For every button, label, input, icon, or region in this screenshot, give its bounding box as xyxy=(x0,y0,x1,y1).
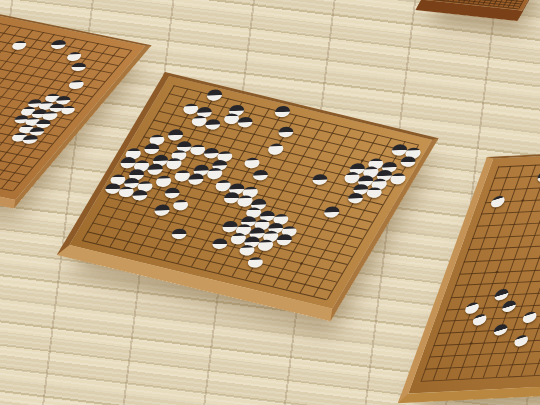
grid-line xyxy=(477,214,540,226)
stone-black[interactable] xyxy=(492,324,509,336)
photo-scene xyxy=(0,0,540,405)
stone-white[interactable] xyxy=(471,314,488,326)
stone-black[interactable] xyxy=(69,61,88,71)
stone-black[interactable] xyxy=(152,204,171,217)
hoshi-point xyxy=(470,342,473,345)
stone-black[interactable] xyxy=(49,39,68,49)
stone-black[interactable] xyxy=(251,168,270,181)
grid-line xyxy=(498,155,540,167)
stone-white[interactable] xyxy=(522,311,539,323)
stone-black[interactable] xyxy=(169,227,188,240)
stone-white[interactable] xyxy=(246,256,265,269)
stone-white[interactable] xyxy=(242,156,261,169)
hoshi-point xyxy=(521,199,524,202)
stone-black[interactable] xyxy=(210,237,229,250)
stone-black[interactable] xyxy=(163,186,182,199)
stone-white[interactable] xyxy=(266,143,285,156)
stone-white[interactable] xyxy=(154,174,173,187)
stone-white[interactable] xyxy=(513,335,530,347)
stone-white[interactable] xyxy=(65,51,84,61)
stone-white[interactable] xyxy=(67,79,86,89)
stone-black[interactable] xyxy=(205,88,224,101)
stone-black[interactable] xyxy=(310,173,329,186)
grid-line xyxy=(429,345,540,357)
grid-line xyxy=(472,226,540,238)
hoshi-point xyxy=(495,271,498,274)
stone-black[interactable] xyxy=(501,300,518,312)
stone-white[interactable] xyxy=(463,302,480,314)
stone-black[interactable] xyxy=(166,128,185,141)
stone-black[interactable] xyxy=(273,105,292,118)
stone-white[interactable] xyxy=(10,40,29,50)
stone-black[interactable] xyxy=(276,125,295,138)
stone-black[interactable] xyxy=(322,205,341,218)
stone-white[interactable] xyxy=(489,196,506,208)
stone-white[interactable] xyxy=(171,198,190,211)
stone-black[interactable] xyxy=(493,289,510,301)
